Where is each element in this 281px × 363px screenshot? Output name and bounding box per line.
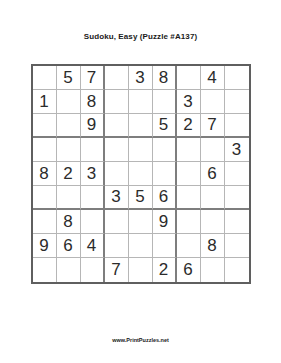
cell-r9c4: 7 [105, 258, 129, 282]
cell-r3c6: 5 [153, 114, 177, 138]
cell-r2c2[interactable] [57, 90, 81, 114]
cell-r4c8[interactable] [201, 138, 225, 162]
cell-r1c9[interactable] [225, 66, 249, 90]
cell-r5c5[interactable] [129, 162, 153, 186]
cell-r9c5[interactable] [129, 258, 153, 282]
cell-r4c6[interactable] [153, 138, 177, 162]
cell-r9c3[interactable] [81, 258, 105, 282]
cell-r4c2[interactable] [57, 138, 81, 162]
cell-r9c9[interactable] [225, 258, 249, 282]
cell-r6c6: 6 [153, 186, 177, 210]
cell-r2c7: 3 [177, 90, 201, 114]
cell-r2c6[interactable] [153, 90, 177, 114]
cell-r4c5[interactable] [129, 138, 153, 162]
cell-r4c3[interactable] [81, 138, 105, 162]
cell-r6c2[interactable] [57, 186, 81, 210]
cell-r3c2[interactable] [57, 114, 81, 138]
cell-r6c4: 3 [105, 186, 129, 210]
cell-r5c7[interactable] [177, 162, 201, 186]
cell-r8c1: 9 [33, 234, 57, 258]
cell-r9c2[interactable] [57, 258, 81, 282]
cell-r7c8[interactable] [201, 210, 225, 234]
cell-r7c9[interactable] [225, 210, 249, 234]
cell-r7c5[interactable] [129, 210, 153, 234]
footer-url: www.PrintPuzzles.net [0, 337, 281, 343]
cell-r3c1[interactable] [33, 114, 57, 138]
cell-r7c7[interactable] [177, 210, 201, 234]
cell-r3c8: 7 [201, 114, 225, 138]
cell-r5c8: 6 [201, 162, 225, 186]
cell-r9c1[interactable] [33, 258, 57, 282]
cell-r1c4[interactable] [105, 66, 129, 90]
cell-r1c8: 4 [201, 66, 225, 90]
cell-r7c4[interactable] [105, 210, 129, 234]
cell-r4c1[interactable] [33, 138, 57, 162]
sudoku-grid: 57384183952738236356899648726 [31, 64, 251, 284]
cell-r2c9[interactable] [225, 90, 249, 114]
cell-r5c3: 3 [81, 162, 105, 186]
cell-r7c6: 9 [153, 210, 177, 234]
cell-r3c5[interactable] [129, 114, 153, 138]
cell-r2c1: 1 [33, 90, 57, 114]
cell-r8c4[interactable] [105, 234, 129, 258]
cell-r6c1[interactable] [33, 186, 57, 210]
cell-r3c7: 2 [177, 114, 201, 138]
cell-r5c1: 8 [33, 162, 57, 186]
sudoku-page: Sudoku, Easy (Puzzle #A137) 573841839527… [0, 0, 281, 363]
cell-r4c9: 3 [225, 138, 249, 162]
cell-r9c6: 2 [153, 258, 177, 282]
cell-r1c5: 3 [129, 66, 153, 90]
cell-r3c4[interactable] [105, 114, 129, 138]
cell-r6c3[interactable] [81, 186, 105, 210]
cell-r6c9[interactable] [225, 186, 249, 210]
cell-r5c4[interactable] [105, 162, 129, 186]
cell-r8c6[interactable] [153, 234, 177, 258]
cell-r8c5[interactable] [129, 234, 153, 258]
cell-r5c9[interactable] [225, 162, 249, 186]
cell-r9c7: 6 [177, 258, 201, 282]
cell-r6c5: 5 [129, 186, 153, 210]
cell-r7c2: 8 [57, 210, 81, 234]
cell-r2c5[interactable] [129, 90, 153, 114]
cell-r2c3: 8 [81, 90, 105, 114]
cell-r4c4[interactable] [105, 138, 129, 162]
cell-r8c2: 6 [57, 234, 81, 258]
cell-r1c1[interactable] [33, 66, 57, 90]
cell-r2c4[interactable] [105, 90, 129, 114]
cell-r4c7[interactable] [177, 138, 201, 162]
cell-r9c8[interactable] [201, 258, 225, 282]
cell-r8c9[interactable] [225, 234, 249, 258]
cell-r7c1[interactable] [33, 210, 57, 234]
cell-r1c2: 5 [57, 66, 81, 90]
cell-r6c8[interactable] [201, 186, 225, 210]
cell-r3c3: 9 [81, 114, 105, 138]
cell-r5c6[interactable] [153, 162, 177, 186]
cell-r6c7[interactable] [177, 186, 201, 210]
cell-r8c7[interactable] [177, 234, 201, 258]
cell-r1c3: 7 [81, 66, 105, 90]
cell-r1c6: 8 [153, 66, 177, 90]
cell-r5c2: 2 [57, 162, 81, 186]
cell-r3c9[interactable] [225, 114, 249, 138]
cell-r2c8[interactable] [201, 90, 225, 114]
puzzle-title: Sudoku, Easy (Puzzle #A137) [0, 32, 281, 41]
cell-r7c3[interactable] [81, 210, 105, 234]
cell-r8c3: 4 [81, 234, 105, 258]
cell-r1c7[interactable] [177, 66, 201, 90]
cell-r8c8: 8 [201, 234, 225, 258]
